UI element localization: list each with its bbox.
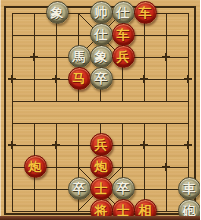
piece-green-advisor[interactable]: 仕	[90, 23, 113, 46]
xiangqi-board[interactable]: 象帅仕车仕车馬象兵马卒兵炮炮卒士卒車将士相砲	[0, 0, 200, 220]
piece-red-cannon[interactable]: 炮	[90, 155, 113, 178]
piece-red-advisor[interactable]: 士	[90, 177, 113, 200]
piece-red-chariot[interactable]: 车	[134, 1, 157, 24]
piece-green-elephant[interactable]: 象	[46, 1, 69, 24]
piece-red-chariot[interactable]: 车	[112, 23, 135, 46]
piece-green-soldier[interactable]: 卒	[68, 177, 91, 200]
piece-green-soldier[interactable]: 卒	[112, 177, 135, 200]
piece-green-chariot[interactable]: 車	[178, 177, 201, 200]
piece-green-general[interactable]: 帅	[90, 1, 113, 24]
piece-red-soldier[interactable]: 兵	[90, 133, 113, 156]
board-left-highlight	[0, 0, 1, 216]
piece-red-cannon[interactable]: 炮	[24, 155, 47, 178]
piece-green-elephant[interactable]: 象	[90, 45, 113, 68]
piece-red-soldier[interactable]: 兵	[112, 45, 135, 68]
piece-green-advisor[interactable]: 仕	[112, 1, 135, 24]
piece-green-soldier[interactable]: 卒	[90, 67, 113, 90]
piece-green-horse[interactable]: 馬	[68, 45, 91, 68]
piece-red-horse[interactable]: 马	[68, 67, 91, 90]
board-bottom-edge	[0, 216, 200, 220]
